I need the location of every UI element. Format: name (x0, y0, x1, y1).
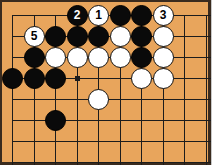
go-stone-white[interactable] (131, 68, 152, 89)
grid-line-horizontal (13, 99, 212, 100)
go-stone-white[interactable]: 1 (88, 5, 109, 26)
go-stone-white[interactable] (45, 47, 66, 68)
go-stone-white[interactable]: 3 (153, 5, 174, 26)
star-point (75, 76, 80, 81)
go-stone-white[interactable]: 5 (24, 26, 45, 47)
go-stone-black[interactable]: 2 (67, 5, 88, 26)
go-stone-black[interactable] (24, 68, 45, 89)
go-stone-white[interactable] (153, 47, 174, 68)
go-stone-black[interactable] (24, 47, 45, 68)
go-stone-black[interactable] (88, 26, 109, 47)
grid-line-vertical (206, 15, 207, 165)
move-number-label: 3 (160, 9, 167, 21)
go-diagram: 2135 (0, 0, 211, 165)
go-stone-black[interactable] (131, 26, 152, 47)
move-number-label: 1 (95, 9, 102, 21)
go-stone-black[interactable] (67, 26, 88, 47)
go-stone-white[interactable] (67, 47, 88, 68)
go-stone-black[interactable] (45, 68, 66, 89)
go-stone-white[interactable] (88, 47, 109, 68)
go-stone-white[interactable] (110, 26, 131, 47)
grid-line-vertical (184, 15, 185, 165)
go-stone-black[interactable] (131, 47, 152, 68)
go-stone-white[interactable] (88, 89, 109, 110)
go-stone-black[interactable] (2, 68, 23, 89)
move-number-label: 2 (74, 9, 81, 21)
go-stone-black[interactable] (131, 5, 152, 26)
go-stone-white[interactable] (110, 47, 131, 68)
grid-line-horizontal (13, 162, 212, 163)
grid-line-horizontal (13, 120, 212, 121)
grid-line-horizontal (13, 141, 212, 142)
move-number-label: 5 (31, 30, 38, 42)
grid-line-vertical (12, 15, 13, 165)
go-stone-black[interactable] (45, 110, 66, 131)
go-stone-white[interactable] (153, 26, 174, 47)
go-stone-black[interactable] (110, 5, 131, 26)
go-stone-black[interactable] (45, 26, 66, 47)
go-stone-white[interactable] (153, 68, 174, 89)
